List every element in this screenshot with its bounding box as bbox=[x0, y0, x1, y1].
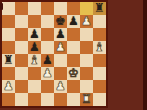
background-right-edge bbox=[143, 0, 147, 110]
square-g5[interactable] bbox=[80, 41, 93, 54]
piece-white-pawn-a2[interactable]: ♟ bbox=[2, 80, 15, 93]
square-b1[interactable] bbox=[15, 93, 28, 106]
square-b6[interactable] bbox=[15, 28, 28, 41]
piece-white-bishop-h5[interactable]: ♝ bbox=[93, 41, 106, 54]
square-e4[interactable] bbox=[54, 54, 67, 67]
square-d7[interactable] bbox=[41, 15, 54, 28]
square-b3[interactable] bbox=[15, 67, 28, 80]
square-a8[interactable] bbox=[2, 2, 15, 15]
square-d2[interactable] bbox=[41, 80, 54, 93]
square-f1[interactable] bbox=[67, 93, 80, 106]
square-d3[interactable]: ♟ bbox=[41, 67, 54, 80]
board-edge-artifact bbox=[0, 3, 3, 10]
square-c1[interactable] bbox=[28, 93, 41, 106]
square-b7[interactable] bbox=[15, 15, 28, 28]
square-b2[interactable] bbox=[15, 80, 28, 93]
piece-white-king-f3[interactable]: ♚ bbox=[67, 67, 80, 80]
piece-white-bishop-c4[interactable]: ♝ bbox=[28, 54, 41, 67]
square-g1[interactable]: ♜ bbox=[80, 93, 93, 106]
square-b4[interactable] bbox=[15, 54, 28, 67]
square-c8[interactable] bbox=[28, 2, 41, 15]
square-e5[interactable]: ♟ bbox=[54, 41, 67, 54]
square-d6[interactable] bbox=[41, 28, 54, 41]
square-a4[interactable]: ♜ bbox=[2, 54, 15, 67]
square-d8[interactable] bbox=[41, 2, 54, 15]
square-a2[interactable]: ♟ bbox=[2, 80, 15, 93]
board: ♜♚♟♟♟♟♟♟♝♜♝♟♟♚♟♟♜ bbox=[2, 2, 106, 106]
square-f6[interactable] bbox=[67, 28, 80, 41]
piece-white-rook-g1[interactable]: ♜ bbox=[80, 93, 93, 106]
square-g4[interactable] bbox=[80, 54, 93, 67]
piece-white-pawn-e5[interactable]: ♟ bbox=[54, 41, 67, 54]
square-h4[interactable] bbox=[93, 54, 106, 67]
square-f3[interactable]: ♚ bbox=[67, 67, 80, 80]
square-c4[interactable]: ♝ bbox=[28, 54, 41, 67]
square-h8[interactable]: ♜ bbox=[93, 2, 106, 15]
square-h7[interactable] bbox=[93, 15, 106, 28]
square-f7[interactable]: ♟ bbox=[67, 15, 80, 28]
piece-black-rook-a4[interactable]: ♜ bbox=[2, 54, 15, 67]
piece-white-pawn-e2[interactable]: ♟ bbox=[54, 80, 67, 93]
square-g7[interactable]: ♟ bbox=[80, 15, 93, 28]
board-frame: ♜♚♟♟♟♟♟♟♝♜♝♟♟♚♟♟♜ bbox=[0, 0, 108, 108]
square-e1[interactable] bbox=[54, 93, 67, 106]
square-a7[interactable] bbox=[2, 15, 15, 28]
piece-black-rook-h8[interactable]: ♜ bbox=[93, 2, 106, 15]
chess-app-screen: ♜♚♟♟♟♟♟♟♝♜♝♟♟♚♟♟♜ bbox=[0, 0, 147, 110]
square-g3[interactable] bbox=[80, 67, 93, 80]
square-a6[interactable] bbox=[2, 28, 15, 41]
square-a1[interactable] bbox=[2, 93, 15, 106]
square-g6[interactable] bbox=[80, 28, 93, 41]
square-h5[interactable]: ♝ bbox=[93, 41, 106, 54]
square-c3[interactable] bbox=[28, 67, 41, 80]
piece-white-pawn-d3[interactable]: ♟ bbox=[41, 67, 54, 80]
piece-white-pawn-g7[interactable]: ♟ bbox=[80, 15, 93, 28]
square-b5[interactable] bbox=[15, 41, 28, 54]
square-d1[interactable] bbox=[41, 93, 54, 106]
square-h2[interactable] bbox=[93, 80, 106, 93]
square-e2[interactable]: ♟ bbox=[54, 80, 67, 93]
square-f5[interactable] bbox=[67, 41, 80, 54]
square-b8[interactable] bbox=[15, 2, 28, 15]
square-h3[interactable] bbox=[93, 67, 106, 80]
square-f2[interactable] bbox=[67, 80, 80, 93]
square-c2[interactable] bbox=[28, 80, 41, 93]
piece-black-pawn-f7[interactable]: ♟ bbox=[67, 15, 80, 28]
square-h1[interactable] bbox=[93, 93, 106, 106]
